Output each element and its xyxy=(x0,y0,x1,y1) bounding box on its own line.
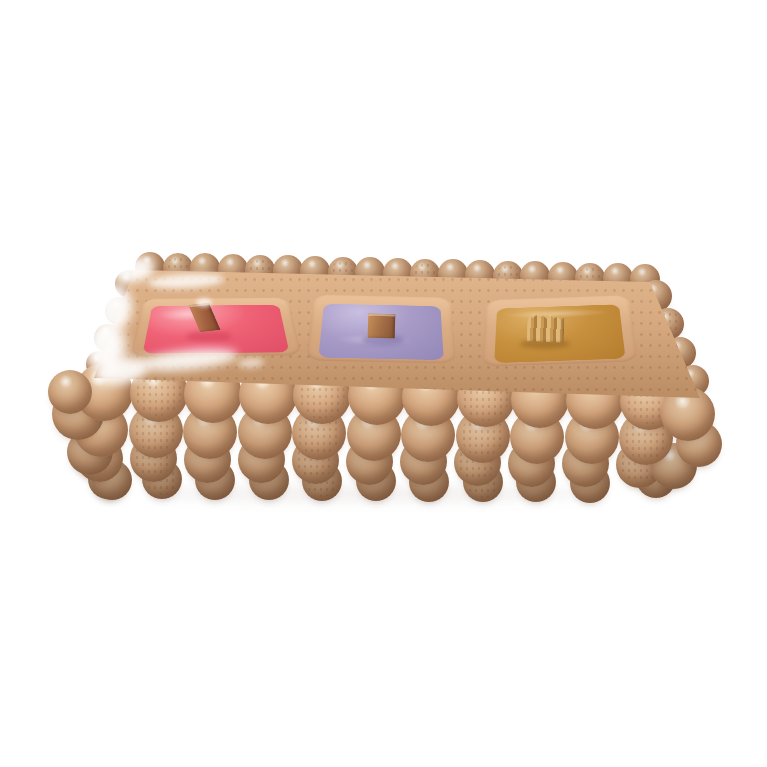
wood-wick-center xyxy=(368,314,396,339)
wick-reflection-left xyxy=(186,331,232,342)
product-photo: Rectangular bobble-textured tan concrete… xyxy=(0,0,767,767)
highlight-splash xyxy=(196,298,212,307)
bobble xyxy=(48,370,92,414)
